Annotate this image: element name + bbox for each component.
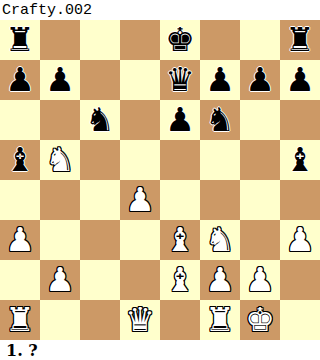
square-e4[interactable] [160,180,200,220]
black-pawn-icon: ♟ [5,60,35,100]
square-d1[interactable]: ♛ [120,300,160,340]
square-g2[interactable]: ♟ [240,260,280,300]
square-b8[interactable] [40,20,80,60]
title-bar: Crafty.002 [0,0,320,20]
square-b7[interactable]: ♟ [40,60,80,100]
square-c1[interactable] [80,300,120,340]
black-queen-icon: ♛ [165,60,195,100]
square-b3[interactable] [40,220,80,260]
square-h3[interactable]: ♟ [280,220,320,260]
square-h6[interactable] [280,100,320,140]
square-f8[interactable] [200,20,240,60]
square-a2[interactable] [0,260,40,300]
square-a7[interactable]: ♟ [0,60,40,100]
square-d3[interactable] [120,220,160,260]
square-c8[interactable] [80,20,120,60]
square-f1[interactable]: ♜ [200,300,240,340]
square-a1[interactable]: ♜ [0,300,40,340]
square-c7[interactable] [80,60,120,100]
square-b5[interactable]: ♞ [40,140,80,180]
square-a6[interactable] [0,100,40,140]
square-b2[interactable]: ♟ [40,260,80,300]
white-pawn-icon: ♟ [285,220,315,260]
white-pawn-icon: ♟ [5,220,35,260]
square-f2[interactable]: ♟ [200,260,240,300]
white-rook-icon: ♜ [5,300,35,340]
square-g7[interactable]: ♟ [240,60,280,100]
square-f5[interactable] [200,140,240,180]
black-rook-icon: ♜ [285,20,315,60]
black-knight-icon: ♞ [85,100,115,140]
square-d5[interactable] [120,140,160,180]
crafty-window: Crafty.002 ♜♚♜♟♟♛♟♟♟♞♟♞♝♞♝♟♟♝♞♟♟♝♟♟♜♛♜♚ … [0,0,320,360]
black-bishop-icon: ♝ [5,140,35,180]
square-e8[interactable]: ♚ [160,20,200,60]
white-king-icon: ♚ [245,300,275,340]
black-pawn-icon: ♟ [285,60,315,100]
square-a5[interactable]: ♝ [0,140,40,180]
white-bishop-icon: ♝ [165,260,195,300]
square-e7[interactable]: ♛ [160,60,200,100]
square-d6[interactable] [120,100,160,140]
square-c2[interactable] [80,260,120,300]
black-pawn-icon: ♟ [205,60,235,100]
black-pawn-icon: ♟ [245,60,275,100]
square-h1[interactable] [280,300,320,340]
white-pawn-icon: ♟ [45,260,75,300]
square-b4[interactable] [40,180,80,220]
square-e1[interactable] [160,300,200,340]
square-d4[interactable]: ♟ [120,180,160,220]
square-c5[interactable] [80,140,120,180]
square-f6[interactable]: ♞ [200,100,240,140]
square-f3[interactable]: ♞ [200,220,240,260]
square-b6[interactable] [40,100,80,140]
square-d8[interactable] [120,20,160,60]
square-g8[interactable] [240,20,280,60]
square-h7[interactable]: ♟ [280,60,320,100]
square-b1[interactable] [40,300,80,340]
square-g1[interactable]: ♚ [240,300,280,340]
white-knight-icon: ♞ [45,140,75,180]
white-rook-icon: ♜ [205,300,235,340]
square-d7[interactable] [120,60,160,100]
move-prompt: 1. ? [6,341,38,360]
black-knight-icon: ♞ [205,100,235,140]
window-title: Crafty.002 [2,2,92,19]
white-pawn-icon: ♟ [245,260,275,300]
black-pawn-icon: ♟ [165,100,195,140]
square-e5[interactable] [160,140,200,180]
square-f4[interactable] [200,180,240,220]
white-knight-icon: ♞ [205,220,235,260]
square-a3[interactable]: ♟ [0,220,40,260]
square-h8[interactable]: ♜ [280,20,320,60]
square-g5[interactable] [240,140,280,180]
status-bar: 1. ? [0,340,320,360]
square-a4[interactable] [0,180,40,220]
square-a8[interactable]: ♜ [0,20,40,60]
square-g3[interactable] [240,220,280,260]
square-g4[interactable] [240,180,280,220]
black-king-icon: ♚ [165,20,195,60]
square-c3[interactable] [80,220,120,260]
square-d2[interactable] [120,260,160,300]
square-e6[interactable]: ♟ [160,100,200,140]
white-queen-icon: ♛ [125,300,155,340]
square-c4[interactable] [80,180,120,220]
white-pawn-icon: ♟ [125,180,155,220]
square-g6[interactable] [240,100,280,140]
square-h4[interactable] [280,180,320,220]
square-e2[interactable]: ♝ [160,260,200,300]
black-bishop-icon: ♝ [285,140,315,180]
black-rook-icon: ♜ [5,20,35,60]
chess-board: ♜♚♜♟♟♛♟♟♟♞♟♞♝♞♝♟♟♝♞♟♟♝♟♟♜♛♜♚ [0,20,320,340]
white-bishop-icon: ♝ [165,220,195,260]
white-pawn-icon: ♟ [205,260,235,300]
square-h5[interactable]: ♝ [280,140,320,180]
square-e3[interactable]: ♝ [160,220,200,260]
square-c6[interactable]: ♞ [80,100,120,140]
square-f7[interactable]: ♟ [200,60,240,100]
square-h2[interactable] [280,260,320,300]
black-pawn-icon: ♟ [45,60,75,100]
